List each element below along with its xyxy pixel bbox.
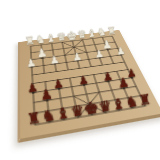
piece-glyph: ♟ <box>116 45 126 56</box>
piece-glyph: ♞ <box>41 107 57 124</box>
piece-glyph: ♝ <box>111 96 126 112</box>
piece-glyph: ♟ <box>26 82 38 95</box>
pieces-layer: ♜♞♝♛♚♛♝♞♜♟♟♟♟♟♟♟♟♟♟♟♟♟♟♜♞♝♛♚♛♝♞♜ <box>20 30 160 139</box>
piece-glyph: ♜ <box>138 92 152 108</box>
piece-glyph: ♟ <box>39 87 53 102</box>
piece-glyph: ♜ <box>106 26 117 38</box>
piece-glyph: ♟ <box>102 71 113 83</box>
piece-glyph: ♟ <box>94 48 104 59</box>
photo-stage: ♜♞♝♛♚♛♝♞♜♟♟♟♟♟♟♟♟♟♟♟♟♟♟♜♞♝♛♚♛♝♞♜ <box>0 0 160 160</box>
piece-glyph: ♟ <box>36 47 48 59</box>
piece-glyph: ♝ <box>55 105 71 122</box>
piece-glyph: ♟ <box>53 78 65 91</box>
piece-glyph: ♛ <box>98 98 113 115</box>
piece-glyph: ♟ <box>117 76 130 90</box>
piece-glyph: ♞ <box>125 94 139 110</box>
piece-glyph: ♛ <box>70 103 85 120</box>
piece-glyph: ♟ <box>26 57 37 68</box>
piece-glyph: ♚ <box>65 29 77 42</box>
xiangqi-board[interactable]: ♜♞♝♛♚♛♝♞♜♟♟♟♟♟♟♟♟♟♟♟♟♟♟♜♞♝♛♚♛♝♞♜ <box>18 30 160 143</box>
piece-glyph: ♟ <box>49 54 59 65</box>
piece-glyph: ♜ <box>24 35 36 47</box>
piece-glyph: ♞ <box>35 34 47 46</box>
piece-glyph: ♟ <box>78 74 89 86</box>
piece-glyph: ♜ <box>26 110 42 127</box>
piece-glyph: ♟ <box>102 39 113 51</box>
piece-glyph: ♝ <box>45 33 56 45</box>
piece-glyph: ♟ <box>72 51 82 62</box>
